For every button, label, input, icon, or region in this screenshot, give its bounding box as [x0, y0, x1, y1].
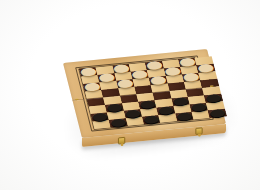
- piece-dark: ●: [109, 118, 127, 127]
- piece-dark: ●: [105, 103, 123, 112]
- board-frame: ●●●●●●●●●●●●●●●●●●●●●●●●: [63, 49, 226, 138]
- square-b3: ●: [105, 103, 123, 112]
- square-e6: ●: [149, 76, 167, 85]
- checkers-board: ●●●●●●●●●●●●●●●●●●●●●●●●: [63, 49, 226, 138]
- square-a6: ●: [83, 82, 101, 91]
- square-d7: ●: [131, 70, 149, 79]
- brass-clasp-right: [195, 127, 202, 135]
- piece-light: ●: [178, 57, 196, 66]
- piece-dark: ●: [175, 111, 193, 120]
- piece-dark: ●: [142, 114, 160, 123]
- brass-clasp-left: [118, 137, 125, 145]
- piece-light: ●: [163, 66, 181, 75]
- board-grid: ●●●●●●●●●●●●●●●●●●●●●●●●: [78, 57, 210, 129]
- piece-light: ●: [131, 69, 149, 78]
- piece-dark: ●: [171, 96, 189, 105]
- square-e2: ●: [157, 106, 175, 115]
- square-a2: ●: [91, 112, 109, 121]
- piece-light: ●: [149, 75, 167, 84]
- piece-dark: ●: [204, 93, 222, 102]
- square-f7: ●: [164, 67, 182, 76]
- play-area-border: ●●●●●●●●●●●●●●●●●●●●●●●●: [75, 56, 214, 132]
- product-photo-scene: ●●●●●●●●●●●●●●●●●●●●●●●●: [0, 0, 260, 190]
- piece-dark: ●: [189, 102, 207, 111]
- piece-light: ●: [116, 79, 134, 88]
- brass-hinge-left: [75, 98, 79, 100]
- piece-dark: ●: [208, 108, 226, 117]
- square-b1: ●: [109, 118, 127, 127]
- piece-light: ●: [182, 72, 200, 81]
- square-h1: ●: [208, 109, 226, 118]
- piece-light: ●: [112, 64, 130, 73]
- square-c2: ●: [124, 109, 142, 118]
- piece-light: ●: [83, 82, 101, 91]
- square-d3: ●: [138, 100, 156, 109]
- square-d1: ●: [142, 115, 160, 124]
- square-c6: ●: [116, 79, 134, 88]
- square-g2: ●: [190, 103, 208, 112]
- piece-dark: ●: [138, 99, 156, 108]
- square-g8: ●: [178, 58, 196, 67]
- piece-light: ●: [98, 73, 116, 82]
- square-a8: ●: [79, 67, 97, 76]
- square-g6: ●: [182, 73, 200, 82]
- square-h3: ●: [204, 94, 222, 103]
- square-c8: ●: [112, 64, 130, 73]
- square-f1: ●: [175, 112, 193, 121]
- piece-light: ●: [145, 60, 163, 69]
- square-b7: ●: [98, 73, 116, 82]
- piece-dark: ●: [124, 109, 142, 118]
- piece-dark: ●: [157, 105, 175, 114]
- square-h7: ●: [197, 64, 215, 73]
- piece-dark: ●: [91, 112, 109, 121]
- piece-light: ●: [196, 63, 214, 72]
- square-f3: ●: [171, 97, 189, 106]
- square-e8: ●: [145, 61, 163, 70]
- piece-light: ●: [79, 67, 97, 76]
